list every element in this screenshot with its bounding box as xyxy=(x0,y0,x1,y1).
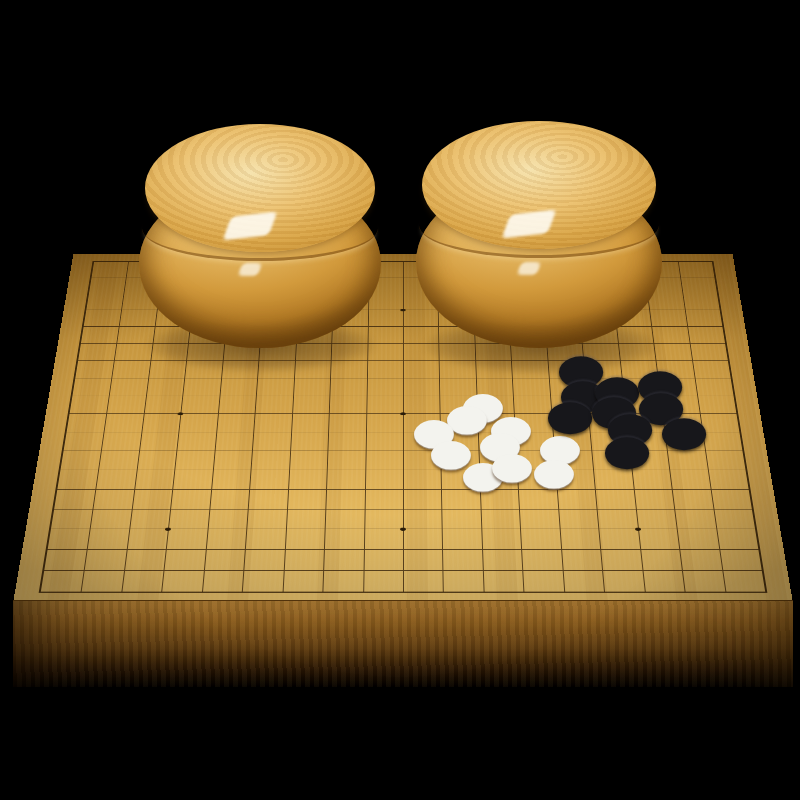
grid-cell xyxy=(104,414,144,432)
grid-cell xyxy=(249,470,288,489)
grid-cell xyxy=(440,396,477,414)
grid-cell xyxy=(551,414,590,432)
grid-cell xyxy=(633,489,674,509)
grid-cell xyxy=(330,378,367,396)
grid-cell xyxy=(512,378,550,396)
grid-cell xyxy=(109,378,148,396)
grid-cell xyxy=(251,451,290,470)
grid-cell xyxy=(90,509,132,529)
grid-cell xyxy=(283,549,324,570)
grid-cell xyxy=(442,509,481,529)
grid-cell xyxy=(175,451,215,470)
grid-cell xyxy=(679,549,721,570)
grid-cell xyxy=(127,529,169,549)
grid-cell xyxy=(366,378,403,396)
grid-cell xyxy=(702,432,742,451)
grid-cell xyxy=(707,470,748,489)
grid-cell xyxy=(403,570,443,591)
grid-cell xyxy=(478,432,516,451)
grid-cell xyxy=(84,310,122,327)
grid-cell xyxy=(216,414,255,432)
grid-cell xyxy=(89,278,126,294)
grid-cell xyxy=(365,470,403,489)
grid-cell xyxy=(442,549,482,570)
grid-cell xyxy=(719,549,762,570)
grid-cell xyxy=(674,509,716,529)
grid-cell xyxy=(255,396,293,414)
grid-cell xyxy=(597,509,638,529)
grid-cell xyxy=(170,489,211,509)
grid-cell xyxy=(162,570,204,591)
grid-cell xyxy=(689,343,728,360)
grid-cell xyxy=(293,378,330,396)
grid-cell xyxy=(99,451,139,470)
grid-cell xyxy=(179,414,218,432)
grid-cell xyxy=(363,570,403,591)
grid-cell xyxy=(48,529,90,549)
grid-cell xyxy=(552,432,591,451)
grid-cell xyxy=(559,529,600,549)
grid-cell xyxy=(168,509,209,529)
grid-cell xyxy=(51,509,93,529)
grid-cell xyxy=(482,549,523,570)
grid-cell xyxy=(287,489,326,509)
grid-cell xyxy=(75,360,114,377)
grid-cell xyxy=(672,489,713,509)
grid-cell xyxy=(286,509,326,529)
grid-cell xyxy=(282,570,323,591)
grid-cell xyxy=(54,489,96,509)
grid-cell xyxy=(44,549,87,570)
grid-cell xyxy=(253,414,291,432)
grid-cell xyxy=(561,549,602,570)
grid-cell xyxy=(183,378,221,396)
grid-cell xyxy=(441,451,479,470)
grid-cell xyxy=(520,529,561,549)
grid-cell xyxy=(214,432,253,451)
grid-cell xyxy=(587,396,626,414)
grid-cell xyxy=(518,489,558,509)
grid-cell xyxy=(218,396,256,414)
grid-cell xyxy=(403,549,443,570)
grid-cell xyxy=(134,470,174,489)
grid-cell xyxy=(441,470,480,489)
grid-cell xyxy=(323,549,363,570)
grid-cell xyxy=(367,360,403,377)
grid-cell xyxy=(640,549,682,570)
grid-cell xyxy=(289,451,328,470)
grid-cell xyxy=(365,451,403,470)
grid-cell xyxy=(590,432,629,451)
grid-cell xyxy=(57,470,98,489)
grid-cell xyxy=(177,432,216,451)
grid-cell xyxy=(555,470,595,489)
grid-cell xyxy=(523,570,564,591)
grid-cell xyxy=(219,378,257,396)
grid-cell xyxy=(365,432,403,451)
grid-cell xyxy=(244,549,285,570)
grid-cell xyxy=(403,378,440,396)
star-point xyxy=(400,309,405,312)
grid-cell xyxy=(585,378,623,396)
grid-cell xyxy=(722,570,765,591)
grid-cell xyxy=(443,570,484,591)
grid-cell xyxy=(73,378,112,396)
grid-cell xyxy=(713,509,755,529)
grid-cell xyxy=(139,432,179,451)
grid-cell xyxy=(87,529,129,549)
grid-cell xyxy=(519,509,559,529)
grid-cell xyxy=(687,326,725,343)
grid-cell xyxy=(478,451,517,470)
grid-cell xyxy=(716,529,758,549)
grid-cell xyxy=(290,432,328,451)
grid-cell xyxy=(521,549,562,570)
grid-cell xyxy=(326,470,365,489)
grid-cell xyxy=(403,489,442,509)
grid-cell xyxy=(141,414,180,432)
grid-cell xyxy=(363,549,403,570)
grid-cell xyxy=(292,396,330,414)
grid-cell xyxy=(137,451,177,470)
grid-cell xyxy=(256,378,294,396)
grid-cell xyxy=(211,470,251,489)
grid-cell xyxy=(78,343,117,360)
grid-cell xyxy=(684,310,722,327)
grid-cell xyxy=(658,378,697,396)
grid-cell xyxy=(479,470,518,489)
grid-cell xyxy=(678,262,715,278)
grid-cell xyxy=(682,570,725,591)
grid-cell xyxy=(699,414,739,432)
grid-cell xyxy=(209,489,249,509)
grid-cell xyxy=(403,509,442,529)
grid-cell xyxy=(364,489,403,509)
grid-cell xyxy=(588,414,627,432)
grid-cell xyxy=(325,509,364,529)
grid-cell xyxy=(631,470,671,489)
grid-cell xyxy=(665,432,705,451)
grid-cell xyxy=(112,360,151,377)
grid-cell xyxy=(403,470,441,489)
grid-cell xyxy=(288,470,327,489)
grid-cell xyxy=(248,489,288,509)
grid-cell xyxy=(403,396,440,414)
grid-cell xyxy=(64,432,104,451)
grid-cell xyxy=(557,489,597,509)
grid-cell xyxy=(327,451,365,470)
grid-cell xyxy=(667,451,707,470)
grid-cell xyxy=(403,432,441,451)
grid-cell xyxy=(324,529,364,549)
grid-cell xyxy=(164,549,206,570)
grid-cell xyxy=(364,529,403,549)
grid-cell xyxy=(623,396,662,414)
grid-cell xyxy=(252,432,291,451)
grid-cell xyxy=(70,396,110,414)
grid-cell xyxy=(61,451,102,470)
grid-cell xyxy=(440,432,478,451)
star-point xyxy=(635,527,641,530)
grid-cell xyxy=(669,470,710,489)
grid-cell xyxy=(441,489,480,509)
grid-cell xyxy=(710,489,752,509)
grid-cell xyxy=(101,432,141,451)
grid-cell xyxy=(513,396,551,414)
grid-cell xyxy=(121,570,164,591)
grid-cell xyxy=(442,529,482,549)
grid-cell xyxy=(677,529,719,549)
board-front-face xyxy=(13,600,793,687)
grid-cell xyxy=(67,414,107,432)
go-board-photo: ●●●●●●●●●●●●●●●●●●●● xyxy=(0,0,800,800)
grid-cell xyxy=(107,396,146,414)
grid-cell xyxy=(181,396,220,414)
star-point xyxy=(622,412,628,415)
grid-cell xyxy=(285,529,325,549)
grid-cell xyxy=(595,489,636,509)
grid-cell xyxy=(146,378,185,396)
left-stone-bowl xyxy=(137,124,383,348)
grid-cell xyxy=(440,414,478,432)
grid-cell xyxy=(549,378,587,396)
grid-cell xyxy=(81,570,124,591)
grid-cell xyxy=(592,451,632,470)
grid-cell xyxy=(202,570,244,591)
grid-cell xyxy=(204,549,245,570)
grid-cell xyxy=(480,509,520,529)
grid-cell xyxy=(515,432,554,451)
grid-cell xyxy=(92,262,129,278)
grid-cell xyxy=(694,378,733,396)
grid-cell xyxy=(705,451,746,470)
grid-cell xyxy=(124,549,166,570)
grid-cell xyxy=(166,529,207,549)
grid-cell xyxy=(550,396,588,414)
grid-cell xyxy=(325,489,364,509)
grid-cell xyxy=(682,294,720,310)
grid-cell xyxy=(629,451,669,470)
grid-cell xyxy=(662,414,702,432)
star-point xyxy=(400,412,405,415)
grid-cell xyxy=(602,570,644,591)
grid-cell xyxy=(558,509,599,529)
grid-cell xyxy=(403,360,439,377)
grid-cell xyxy=(516,451,555,470)
grid-cell xyxy=(403,529,442,549)
grid-cell xyxy=(323,570,364,591)
grid-cell xyxy=(476,378,513,396)
grid-cell xyxy=(660,396,699,414)
grid-cell xyxy=(144,396,183,414)
grid-cell xyxy=(593,470,633,489)
grid-cell xyxy=(625,414,664,432)
grid-cell xyxy=(554,451,593,470)
grid-cell xyxy=(328,432,366,451)
grid-cell xyxy=(562,570,604,591)
grid-cell xyxy=(328,414,366,432)
grid-cell xyxy=(403,451,441,470)
grid-cell xyxy=(364,509,403,529)
grid-cell xyxy=(477,414,515,432)
grid-cell xyxy=(366,396,403,414)
grid-cell xyxy=(96,470,137,489)
grid-cell xyxy=(599,529,640,549)
grid-cell xyxy=(93,489,134,509)
grid-cell xyxy=(366,414,403,432)
grid-cell xyxy=(173,470,213,489)
grid-cell xyxy=(517,470,556,489)
grid-cell xyxy=(41,570,84,591)
grid-cell xyxy=(84,549,126,570)
grid-cell xyxy=(245,529,286,549)
grid-cell xyxy=(129,509,170,529)
grid-cell xyxy=(692,360,731,377)
grid-cell xyxy=(329,396,366,414)
grid-cell xyxy=(242,570,283,591)
grid-cell xyxy=(680,278,717,294)
grid-cell xyxy=(621,378,660,396)
grid-cell xyxy=(476,396,514,414)
grid-cell xyxy=(480,489,519,509)
grid-cell xyxy=(206,529,247,549)
right-stone-bowl xyxy=(414,121,664,348)
go-board-surface xyxy=(13,254,793,603)
grid-cell xyxy=(291,414,329,432)
grid-cell xyxy=(247,509,287,529)
grid-cell xyxy=(642,570,685,591)
grid-cell xyxy=(403,414,440,432)
grid-cell xyxy=(439,378,476,396)
grid-cell xyxy=(697,396,737,414)
grid-cell xyxy=(207,509,248,529)
grid-cell xyxy=(636,509,677,529)
grid-cell xyxy=(86,294,124,310)
grid-cell xyxy=(81,326,119,343)
grid-cell xyxy=(600,549,642,570)
grid-cell xyxy=(483,570,524,591)
grid-cell xyxy=(627,432,667,451)
grid-cell xyxy=(213,451,252,470)
grid-cell xyxy=(481,529,521,549)
grid-cell xyxy=(132,489,173,509)
grid-cell xyxy=(656,360,695,377)
grid-cell xyxy=(638,529,680,549)
grid-cell xyxy=(514,414,552,432)
star-point xyxy=(400,527,406,530)
